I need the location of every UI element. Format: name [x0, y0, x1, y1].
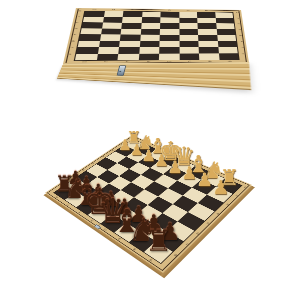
piece-white-pawn[interactable]: ♟ [211, 178, 230, 197]
product-photo: HGFEDCBA HGFEDCBA 87654321 87654321 HGFE… [0, 0, 300, 300]
piece-black-rook[interactable]: ♜ [144, 227, 174, 257]
chess-pieces-layer: ♜♞♟♝♟♚♟♛♟♝♟♞♟♟♜♟♟♜♟♟♞♟♝♟♚♟♛♟♝♟♞♜ [0, 0, 300, 300]
